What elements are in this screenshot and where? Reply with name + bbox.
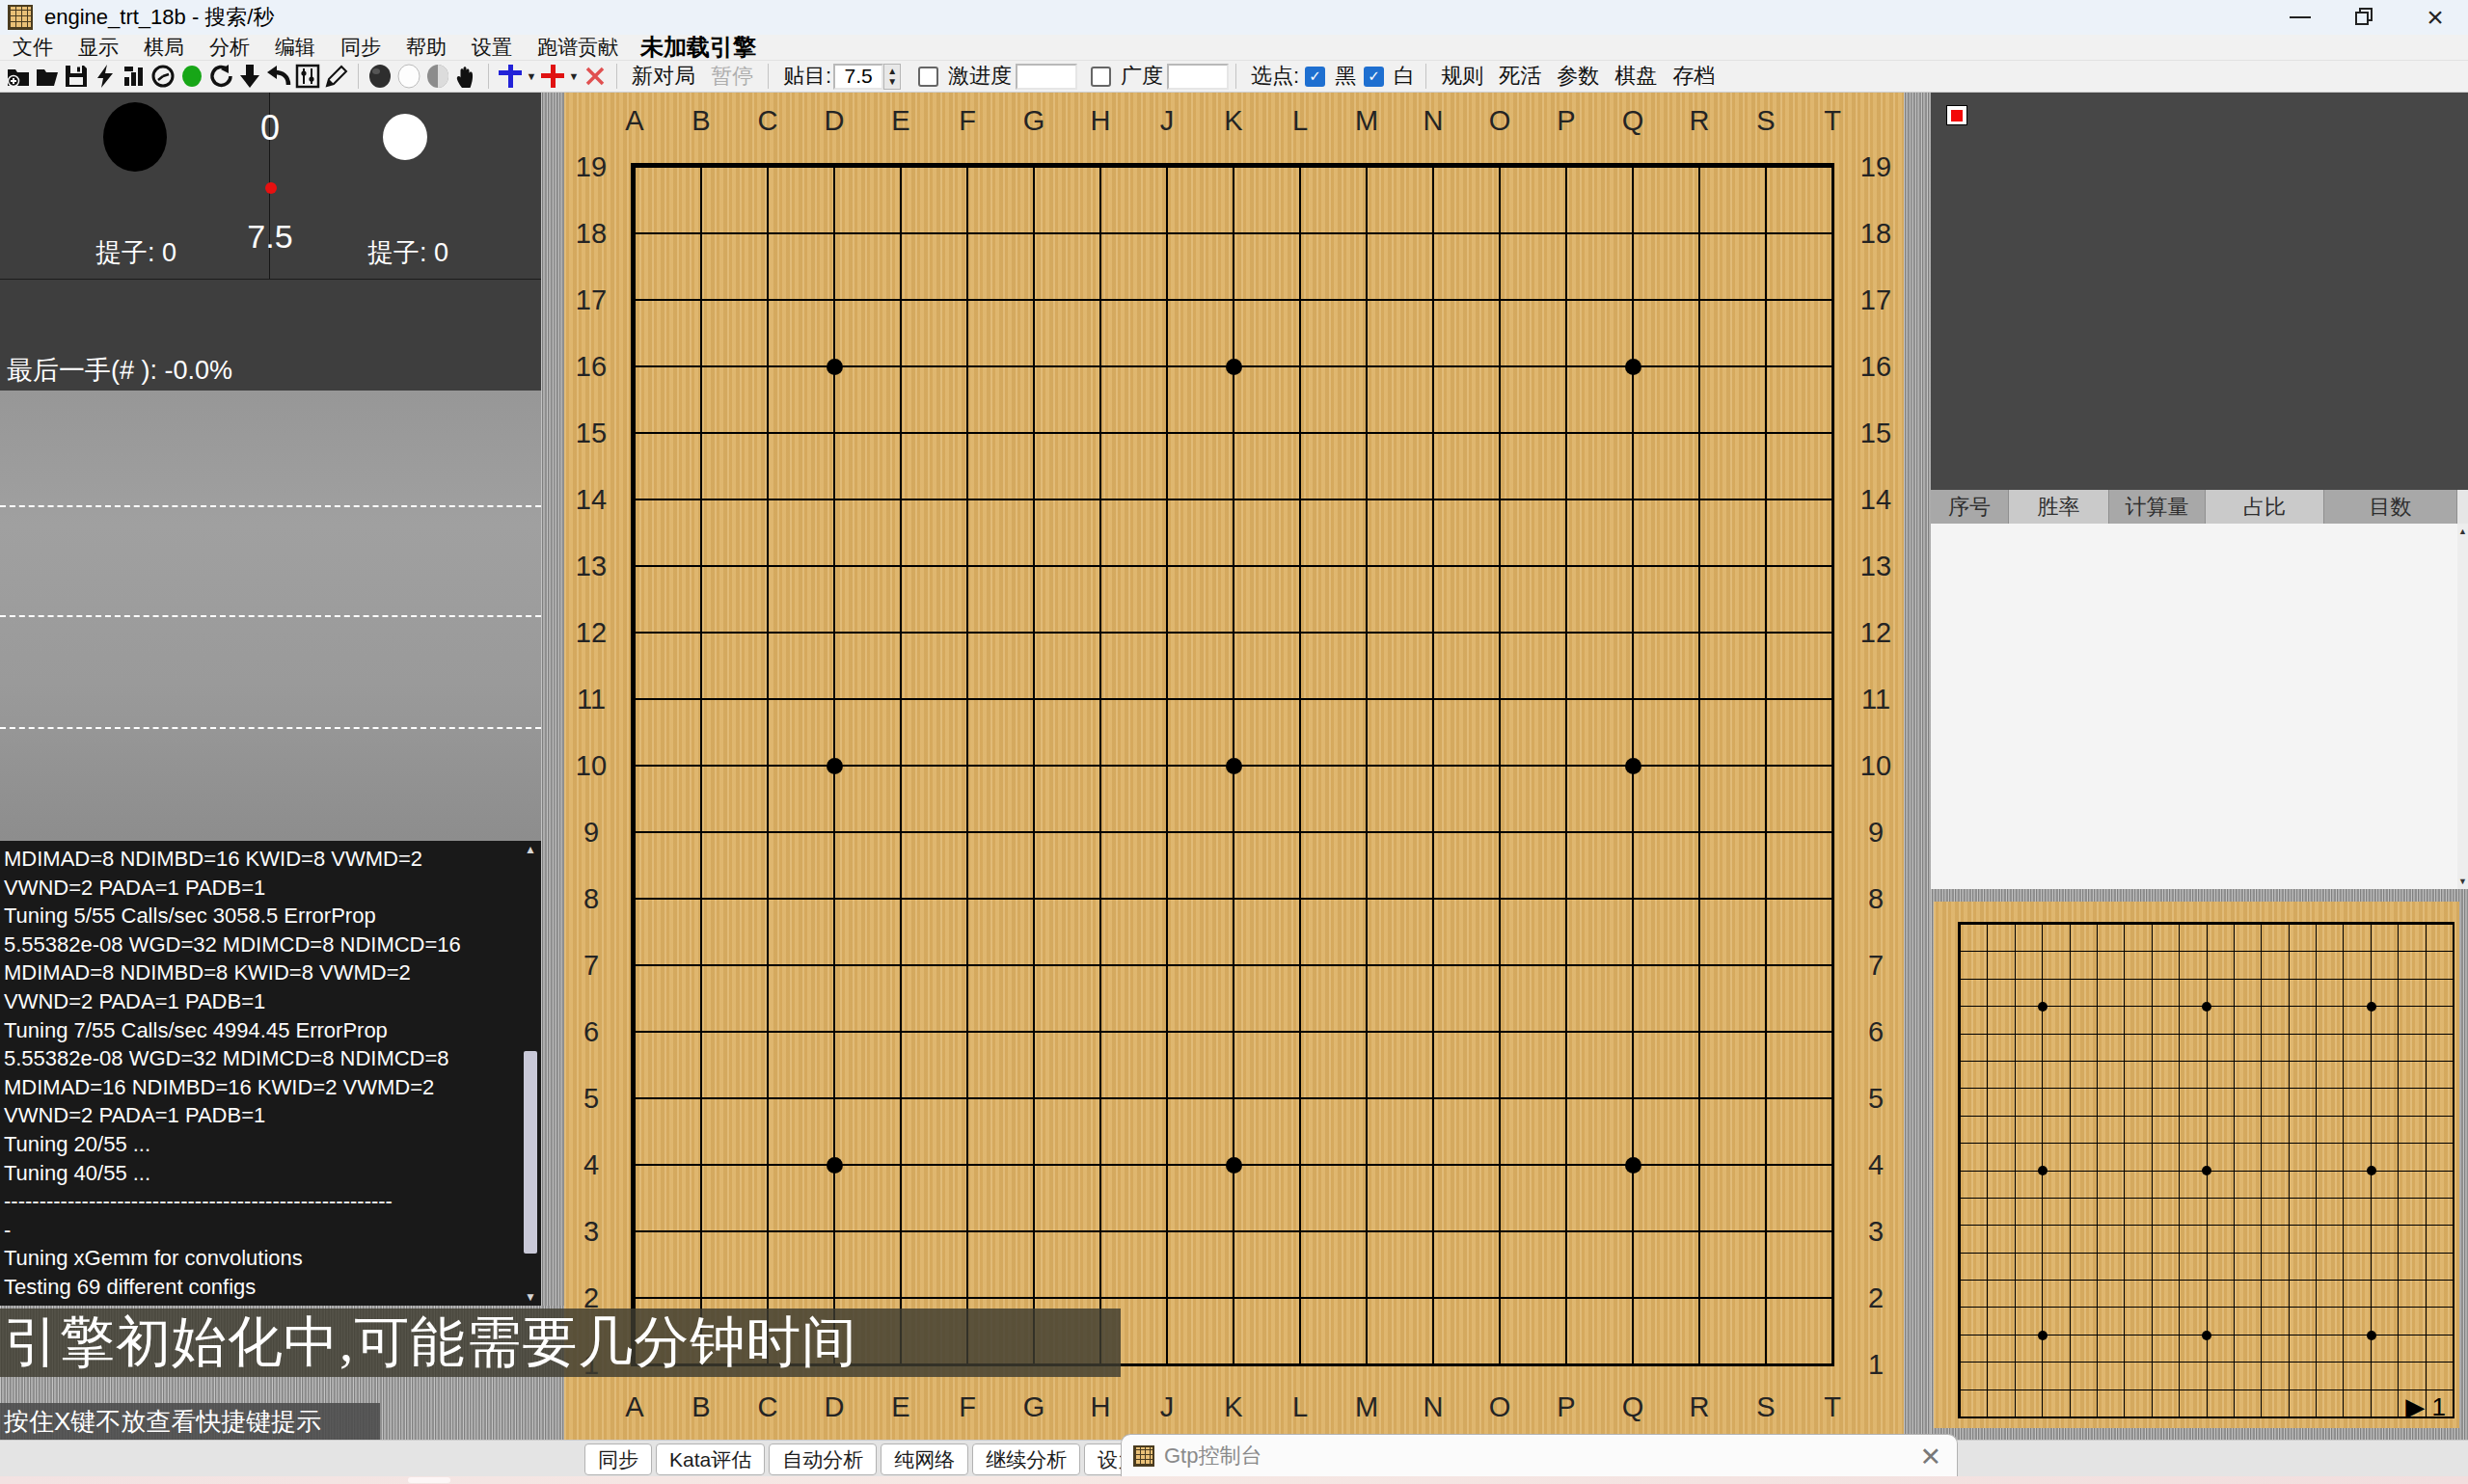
board-cell[interactable]	[2042, 1034, 2069, 1061]
board-cell[interactable]	[2261, 1253, 2288, 1280]
gtp-tab-close-icon[interactable]: ✕	[1919, 1442, 1941, 1472]
board-cell[interactable]	[2289, 1171, 2316, 1198]
board-cell[interactable]	[2207, 1171, 2234, 1198]
board-cell[interactable]	[1499, 1031, 1565, 1097]
board-cell[interactable]	[2042, 1171, 2069, 1198]
board-cell[interactable]	[1765, 632, 1831, 698]
board-cell[interactable]	[2097, 1280, 2124, 1307]
board-cell[interactable]	[1499, 632, 1565, 698]
board-cell[interactable]	[2289, 1088, 2316, 1115]
board-cell[interactable]	[1987, 1034, 2014, 1061]
save-icon[interactable]	[62, 63, 91, 90]
board-cell[interactable]	[1632, 1031, 1698, 1097]
board-cell[interactable]	[2261, 1280, 2288, 1307]
board-cell[interactable]	[2371, 1061, 2398, 1088]
board-cell[interactable]	[2015, 1116, 2042, 1143]
board-cell[interactable]	[2316, 1198, 2343, 1225]
board-cell[interactable]	[1299, 765, 1366, 831]
board-cell[interactable]	[2398, 1088, 2425, 1115]
board-cell[interactable]	[2097, 1225, 2124, 1252]
board-cell[interactable]	[634, 765, 700, 831]
toolbar-button-规则[interactable]: 规则	[1433, 62, 1491, 91]
new-file-icon[interactable]	[4, 63, 33, 90]
board-cell[interactable]	[2398, 924, 2425, 951]
board-cell[interactable]	[2124, 1116, 2151, 1143]
board-cell[interactable]	[767, 765, 833, 831]
board-cell[interactable]	[767, 1164, 833, 1230]
board-cell[interactable]	[1698, 1031, 1765, 1097]
board-cell[interactable]	[2343, 1034, 2370, 1061]
board-cell[interactable]	[1099, 698, 1166, 765]
board-cell[interactable]	[1499, 1097, 1565, 1164]
aggressiveness-checkbox[interactable]	[918, 67, 938, 87]
board-cell[interactable]	[1233, 1097, 1299, 1164]
board-cell[interactable]	[2015, 1171, 2042, 1198]
tab-button-纯网络[interactable]: 纯网络	[881, 1444, 968, 1475]
board-cell[interactable]	[767, 432, 833, 499]
board-cell[interactable]	[2343, 1088, 2370, 1115]
board-cell[interactable]	[2152, 1171, 2179, 1198]
board-cell[interactable]	[1166, 166, 1233, 232]
board-cell[interactable]	[1033, 765, 1099, 831]
board-cell[interactable]	[1166, 432, 1233, 499]
red-x-icon[interactable]	[581, 63, 610, 90]
board-cell[interactable]	[2207, 1061, 2234, 1088]
board-cell[interactable]	[2179, 1362, 2206, 1389]
board-cell[interactable]	[2261, 1088, 2288, 1115]
board-cell[interactable]	[900, 1097, 966, 1164]
board-cell[interactable]	[1565, 698, 1632, 765]
board-cell[interactable]	[2070, 979, 2097, 1006]
board-cell[interactable]	[2234, 951, 2261, 978]
board-cell[interactable]	[2152, 1061, 2179, 1088]
board-cell[interactable]	[900, 1230, 966, 1297]
board-cell[interactable]	[2343, 979, 2370, 1006]
mini-board-grid[interactable]	[1958, 922, 2454, 1418]
board-cell[interactable]	[966, 499, 1033, 565]
board-cell[interactable]	[1299, 1230, 1366, 1297]
board-cell[interactable]	[1299, 166, 1366, 232]
board-cell[interactable]	[2015, 1362, 2042, 1389]
board-cell[interactable]	[1987, 1335, 2014, 1362]
board-cell[interactable]	[2316, 924, 2343, 951]
menu-item-分析[interactable]: 分析	[197, 34, 262, 61]
board-cell[interactable]	[2426, 1116, 2453, 1143]
board-cell[interactable]	[2207, 924, 2234, 951]
board-cell[interactable]	[2289, 1116, 2316, 1143]
board-cell[interactable]	[1499, 432, 1565, 499]
board-cell[interactable]	[900, 898, 966, 964]
board-cell[interactable]	[2371, 1280, 2398, 1307]
board-cell[interactable]	[2343, 1198, 2370, 1225]
board-cell[interactable]	[1960, 1335, 1987, 1362]
board-cell[interactable]	[2070, 1390, 2097, 1417]
board-cell[interactable]	[1765, 831, 1831, 898]
board-cell[interactable]	[2316, 1006, 2343, 1033]
board-cell[interactable]	[2316, 1061, 2343, 1088]
menu-item-显示[interactable]: 显示	[66, 34, 131, 61]
board-cell[interactable]	[700, 831, 767, 898]
board-cell[interactable]	[2152, 1280, 2179, 1307]
board-cell[interactable]	[1987, 1253, 2014, 1280]
board-cell[interactable]	[2015, 1225, 2042, 1252]
board-cell[interactable]	[700, 1164, 767, 1230]
board-cell[interactable]	[1632, 499, 1698, 565]
board-cell[interactable]	[1233, 565, 1299, 632]
new-game-button[interactable]: 新对局	[624, 62, 703, 91]
board-settings-icon[interactable]	[293, 63, 322, 90]
board-cell[interactable]	[2371, 1034, 2398, 1061]
board-cell[interactable]	[1499, 1297, 1565, 1363]
board-cell[interactable]	[966, 898, 1033, 964]
board-cell[interactable]	[1299, 565, 1366, 632]
board-cell[interactable]	[833, 632, 900, 698]
board-cell[interactable]	[1565, 1164, 1632, 1230]
board-cell[interactable]	[1299, 432, 1366, 499]
board-cell[interactable]	[1987, 1280, 2014, 1307]
board-cell[interactable]	[1299, 299, 1366, 365]
board-cell[interactable]	[1299, 898, 1366, 964]
board-cell[interactable]	[1960, 1307, 1987, 1334]
pencil-icon[interactable]	[322, 63, 351, 90]
board-cell[interactable]	[2015, 1390, 2042, 1417]
board-cell[interactable]	[1987, 1362, 2014, 1389]
board-cell[interactable]	[2015, 1034, 2042, 1061]
board-cell[interactable]	[1099, 831, 1166, 898]
board-cell[interactable]	[1099, 166, 1166, 232]
board-cell[interactable]	[2289, 1061, 2316, 1088]
lightning-icon[interactable]	[91, 63, 120, 90]
board-cell[interactable]	[2015, 1253, 2042, 1280]
board-cell[interactable]	[1366, 299, 1432, 365]
board-cell[interactable]	[1765, 432, 1831, 499]
board-cell[interactable]	[1960, 924, 1987, 951]
board-cell[interactable]	[1099, 1097, 1166, 1164]
komi-input[interactable]: 7.5	[833, 64, 883, 90]
board-cell[interactable]	[2152, 1335, 2179, 1362]
board-cell[interactable]	[2371, 1198, 2398, 1225]
board-cell[interactable]	[2097, 1335, 2124, 1362]
red-cross-dropdown-icon[interactable]: ▼	[567, 63, 581, 90]
board-cell[interactable]	[1565, 1230, 1632, 1297]
board-cell[interactable]	[1233, 831, 1299, 898]
board-cell[interactable]	[1099, 964, 1166, 1031]
board-cell[interactable]	[2015, 1280, 2042, 1307]
board-cell[interactable]	[634, 166, 700, 232]
board-cell[interactable]	[966, 365, 1033, 432]
board-cell[interactable]	[1987, 1143, 2014, 1170]
board-cell[interactable]	[2289, 1034, 2316, 1061]
board-cell[interactable]	[767, 898, 833, 964]
pause-button[interactable]: 暂停	[703, 62, 761, 91]
board-cell[interactable]	[833, 565, 900, 632]
board-cell[interactable]	[2289, 1362, 2316, 1389]
board-cell[interactable]	[2289, 1280, 2316, 1307]
board-cell[interactable]	[700, 765, 767, 831]
board-cell[interactable]	[1166, 632, 1233, 698]
board-cell[interactable]	[2234, 979, 2261, 1006]
board-cell[interactable]	[1765, 565, 1831, 632]
board-cell[interactable]	[2042, 1307, 2069, 1334]
board-cell[interactable]	[1432, 898, 1499, 964]
board-cell[interactable]	[2261, 979, 2288, 1006]
board-cell[interactable]	[2152, 1225, 2179, 1252]
board-cell[interactable]	[2097, 1171, 2124, 1198]
board-cell[interactable]	[1099, 499, 1166, 565]
board-cell[interactable]	[2234, 1143, 2261, 1170]
board-cell[interactable]	[2207, 1225, 2234, 1252]
board-cell[interactable]	[1565, 432, 1632, 499]
board-cell[interactable]	[2042, 1143, 2069, 1170]
board-cell[interactable]	[2234, 1006, 2261, 1033]
board-cell[interactable]	[2426, 1307, 2453, 1334]
black-stone-icon[interactable]	[366, 63, 394, 90]
board-cell[interactable]	[700, 232, 767, 299]
board-cell[interactable]	[1033, 299, 1099, 365]
board-cell[interactable]	[966, 1230, 1033, 1297]
board-cell[interactable]	[1632, 1297, 1698, 1363]
board-cell[interactable]	[1632, 632, 1698, 698]
board-cell[interactable]	[1033, 831, 1099, 898]
board-cell[interactable]	[700, 299, 767, 365]
board-cell[interactable]	[2261, 1034, 2288, 1061]
board-cell[interactable]	[1987, 924, 2014, 951]
board-cell[interactable]	[2234, 1198, 2261, 1225]
board-cell[interactable]	[1698, 898, 1765, 964]
board-cell[interactable]	[2398, 1253, 2425, 1280]
board-cell[interactable]	[1366, 1230, 1432, 1297]
board-cell[interactable]	[1698, 1230, 1765, 1297]
board-cell[interactable]	[634, 964, 700, 1031]
board-cell[interactable]	[1987, 979, 2014, 1006]
board-cell[interactable]	[2234, 1390, 2261, 1417]
board-cell[interactable]	[1432, 1031, 1499, 1097]
board-cell[interactable]	[1565, 565, 1632, 632]
board-cell[interactable]	[1698, 1297, 1765, 1363]
board-cell[interactable]	[1987, 951, 2014, 978]
menu-item-编辑[interactable]: 编辑	[262, 34, 328, 61]
board-cell[interactable]	[2015, 951, 2042, 978]
gray-stone-icon[interactable]	[423, 63, 452, 90]
board-cell[interactable]	[1166, 1164, 1233, 1230]
board-cell[interactable]	[1960, 1061, 1987, 1088]
board-cell[interactable]	[767, 499, 833, 565]
board-cell[interactable]	[2316, 1362, 2343, 1389]
board-cell[interactable]	[900, 432, 966, 499]
board-cell[interactable]	[2316, 1335, 2343, 1362]
board-cell[interactable]	[1960, 979, 1987, 1006]
board-cell[interactable]	[1565, 1097, 1632, 1164]
board-cell[interactable]	[634, 632, 700, 698]
board-cell[interactable]	[2261, 1061, 2288, 1088]
board-cell[interactable]	[2152, 1006, 2179, 1033]
board-cell[interactable]	[1432, 831, 1499, 898]
board-cell[interactable]	[1033, 964, 1099, 1031]
board-cell[interactable]	[2015, 1088, 2042, 1115]
board-cell[interactable]	[767, 1230, 833, 1297]
board-cell[interactable]	[1166, 1031, 1233, 1097]
board-cell[interactable]	[1499, 232, 1565, 299]
board-cell[interactable]	[2124, 1171, 2151, 1198]
mini-board[interactable]: ▶ 1	[1934, 902, 2459, 1428]
board-cell[interactable]	[1432, 1297, 1499, 1363]
board-cell[interactable]	[1698, 232, 1765, 299]
column-header-占比[interactable]: 占比	[2206, 490, 2324, 524]
toolbar-button-棋盘[interactable]: 棋盘	[1607, 62, 1665, 91]
winrate-graph[interactable]	[0, 391, 541, 841]
board-cell[interactable]	[2179, 1280, 2206, 1307]
board-cell[interactable]	[2015, 1006, 2042, 1033]
board-cell[interactable]	[1033, 698, 1099, 765]
board-cell[interactable]	[833, 1164, 900, 1230]
board-cell[interactable]	[1366, 1097, 1432, 1164]
board-cell[interactable]	[1166, 565, 1233, 632]
board-cell[interactable]	[1765, 1097, 1831, 1164]
board-cell[interactable]	[1366, 1297, 1432, 1363]
board-cell[interactable]	[2207, 1362, 2234, 1389]
console-scroll-thumb[interactable]	[524, 1051, 537, 1254]
board-cell[interactable]	[2289, 1253, 2316, 1280]
selection-black-checkbox[interactable]: ✓	[1305, 67, 1325, 87]
board-cell[interactable]	[2207, 1253, 2234, 1280]
board-cell[interactable]	[2316, 1280, 2343, 1307]
board-cell[interactable]	[1765, 1297, 1831, 1363]
board-cell[interactable]	[1960, 1390, 1987, 1417]
blue-cross-dropdown-icon[interactable]: ▼	[525, 63, 538, 90]
board-cell[interactable]	[1565, 365, 1632, 432]
board-cell[interactable]	[767, 698, 833, 765]
board-cell[interactable]	[1632, 565, 1698, 632]
board-cell[interactable]	[700, 898, 767, 964]
board-cell[interactable]	[1033, 365, 1099, 432]
board-cell[interactable]	[1366, 698, 1432, 765]
board-cell[interactable]	[2179, 1307, 2206, 1334]
board-cell[interactable]	[1033, 565, 1099, 632]
board-cell[interactable]	[1499, 831, 1565, 898]
board-cell[interactable]	[2426, 1225, 2453, 1252]
board-cell[interactable]	[2398, 1225, 2425, 1252]
board-cell[interactable]	[1233, 432, 1299, 499]
board-cell[interactable]	[2179, 1225, 2206, 1252]
board-cell[interactable]	[2179, 1390, 2206, 1417]
board-cell[interactable]	[2015, 1061, 2042, 1088]
board-cell[interactable]	[2234, 1034, 2261, 1061]
board-cell[interactable]	[1299, 1097, 1366, 1164]
board-cell[interactable]	[1366, 166, 1432, 232]
toolbar-button-参数[interactable]: 参数	[1549, 62, 1607, 91]
board-cell[interactable]	[1632, 1230, 1698, 1297]
close-button[interactable]: ×	[2406, 0, 2464, 35]
board-cell[interactable]	[1765, 166, 1831, 232]
board-cell[interactable]	[2179, 1198, 2206, 1225]
komi-spinner[interactable]: ▲▼	[883, 64, 901, 90]
board-cell[interactable]	[2316, 1225, 2343, 1252]
board-cell[interactable]	[2152, 1088, 2179, 1115]
board-cell[interactable]	[2070, 1088, 2097, 1115]
board-cell[interactable]	[2207, 951, 2234, 978]
board-cell[interactable]	[1960, 1198, 1987, 1225]
board-cell[interactable]	[2042, 1061, 2069, 1088]
board-cell[interactable]	[1099, 565, 1166, 632]
board-cell[interactable]	[1099, 632, 1166, 698]
board-cell[interactable]	[1099, 232, 1166, 299]
board-cell[interactable]	[2234, 1088, 2261, 1115]
board-cell[interactable]	[2124, 1225, 2151, 1252]
board-cell[interactable]	[1432, 365, 1499, 432]
board-cell[interactable]	[2152, 924, 2179, 951]
board-cell[interactable]	[833, 232, 900, 299]
board-cell[interactable]	[2042, 1280, 2069, 1307]
board-cell[interactable]	[1698, 365, 1765, 432]
board-cell[interactable]	[1698, 166, 1765, 232]
board-cell[interactable]	[2371, 1253, 2398, 1280]
board-cell[interactable]	[634, 299, 700, 365]
board-cell[interactable]	[2015, 979, 2042, 1006]
board-cell[interactable]	[2398, 1198, 2425, 1225]
board-cell[interactable]	[1960, 1253, 1987, 1280]
board-cell[interactable]	[2426, 1171, 2453, 1198]
board-cell[interactable]	[2070, 1335, 2097, 1362]
board-cell[interactable]	[966, 299, 1033, 365]
board-cell[interactable]	[1960, 1225, 1987, 1252]
board-cell[interactable]	[2316, 1116, 2343, 1143]
board-cell[interactable]	[1432, 765, 1499, 831]
board-cell[interactable]	[1765, 1031, 1831, 1097]
board-cell[interactable]	[1698, 831, 1765, 898]
red-cross-icon[interactable]	[538, 63, 567, 90]
moves-table-body[interactable]	[1931, 524, 2457, 889]
board-cell[interactable]	[2124, 1307, 2151, 1334]
board-cell[interactable]	[833, 365, 900, 432]
board-cell[interactable]	[700, 698, 767, 765]
board-cell[interactable]	[2015, 1307, 2042, 1334]
board-cell[interactable]	[1366, 1164, 1432, 1230]
board-cell[interactable]	[1565, 632, 1632, 698]
board-cell[interactable]	[1033, 166, 1099, 232]
board-cell[interactable]	[2398, 1171, 2425, 1198]
board-cell[interactable]	[700, 166, 767, 232]
menu-item-棋局[interactable]: 棋局	[131, 34, 197, 61]
board-cell[interactable]	[1960, 1116, 1987, 1143]
board-cell[interactable]	[1432, 232, 1499, 299]
column-header-胜率[interactable]: 胜率	[2009, 490, 2109, 524]
board-cell[interactable]	[1960, 1034, 1987, 1061]
board-cell[interactable]	[900, 565, 966, 632]
board-cell[interactable]	[634, 365, 700, 432]
board-cell[interactable]	[2070, 1198, 2097, 1225]
board-cell[interactable]	[2070, 1061, 2097, 1088]
breadth-input[interactable]	[1167, 64, 1229, 90]
board-cell[interactable]	[1299, 698, 1366, 765]
board-cell[interactable]	[1033, 632, 1099, 698]
board-cell[interactable]	[1099, 898, 1166, 964]
board-cell[interactable]	[2343, 1307, 2370, 1334]
board-cell[interactable]	[2152, 1143, 2179, 1170]
board-cell[interactable]	[2316, 1088, 2343, 1115]
board-cell[interactable]	[634, 565, 700, 632]
board-cell[interactable]	[767, 831, 833, 898]
board-cell[interactable]	[634, 432, 700, 499]
board-cell[interactable]	[833, 831, 900, 898]
board-cell[interactable]	[2070, 1307, 2097, 1334]
board-cell[interactable]	[2316, 1171, 2343, 1198]
clock-stone-icon[interactable]	[149, 63, 177, 90]
board-cell[interactable]	[833, 299, 900, 365]
board-cell[interactable]	[1765, 299, 1831, 365]
board-cell[interactable]	[2179, 1171, 2206, 1198]
board-cell[interactable]	[2097, 979, 2124, 1006]
breadth-checkbox[interactable]	[1091, 67, 1111, 87]
